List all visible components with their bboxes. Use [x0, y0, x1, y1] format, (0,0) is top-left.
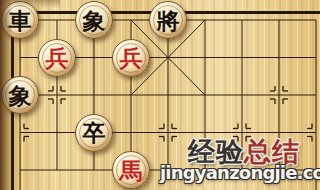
black-chariot-glyph: 車 [9, 9, 32, 32]
piece-black-elephant-f2r0[interactable]: 象 [75, 1, 113, 39]
piece-black-elephant-f0r2[interactable]: 象 [1, 76, 39, 114]
piece-black-soldier-f2r3[interactable]: 卒 [75, 114, 113, 152]
black-elephant-glyph: 象 [83, 9, 106, 32]
black-general-glyph: 將 [157, 9, 180, 32]
piece-red-soldier-f1r1[interactable]: 兵 [38, 39, 76, 77]
red-horse-glyph: 馬 [120, 159, 143, 182]
red-soldier-glyph: 兵 [120, 46, 143, 69]
piece-red-horse-f3r4[interactable]: 馬 [112, 151, 150, 189]
piece-black-chariot-f0r0[interactable]: 車 [1, 1, 39, 39]
watermark-site-url: jingyanzongjie.com [160, 162, 320, 183]
black-elephant-glyph: 象 [9, 84, 32, 107]
red-soldier-glyph: 兵 [46, 46, 69, 69]
piece-red-soldier-f3r1[interactable]: 兵 [112, 39, 150, 77]
black-soldier-glyph: 卒 [83, 121, 106, 144]
piece-black-general-f4r0[interactable]: 將 [149, 1, 187, 39]
xiangqi-board: 車象將兵兵象卒馬 经验总结 jingyanzongjie.com [0, 0, 320, 190]
